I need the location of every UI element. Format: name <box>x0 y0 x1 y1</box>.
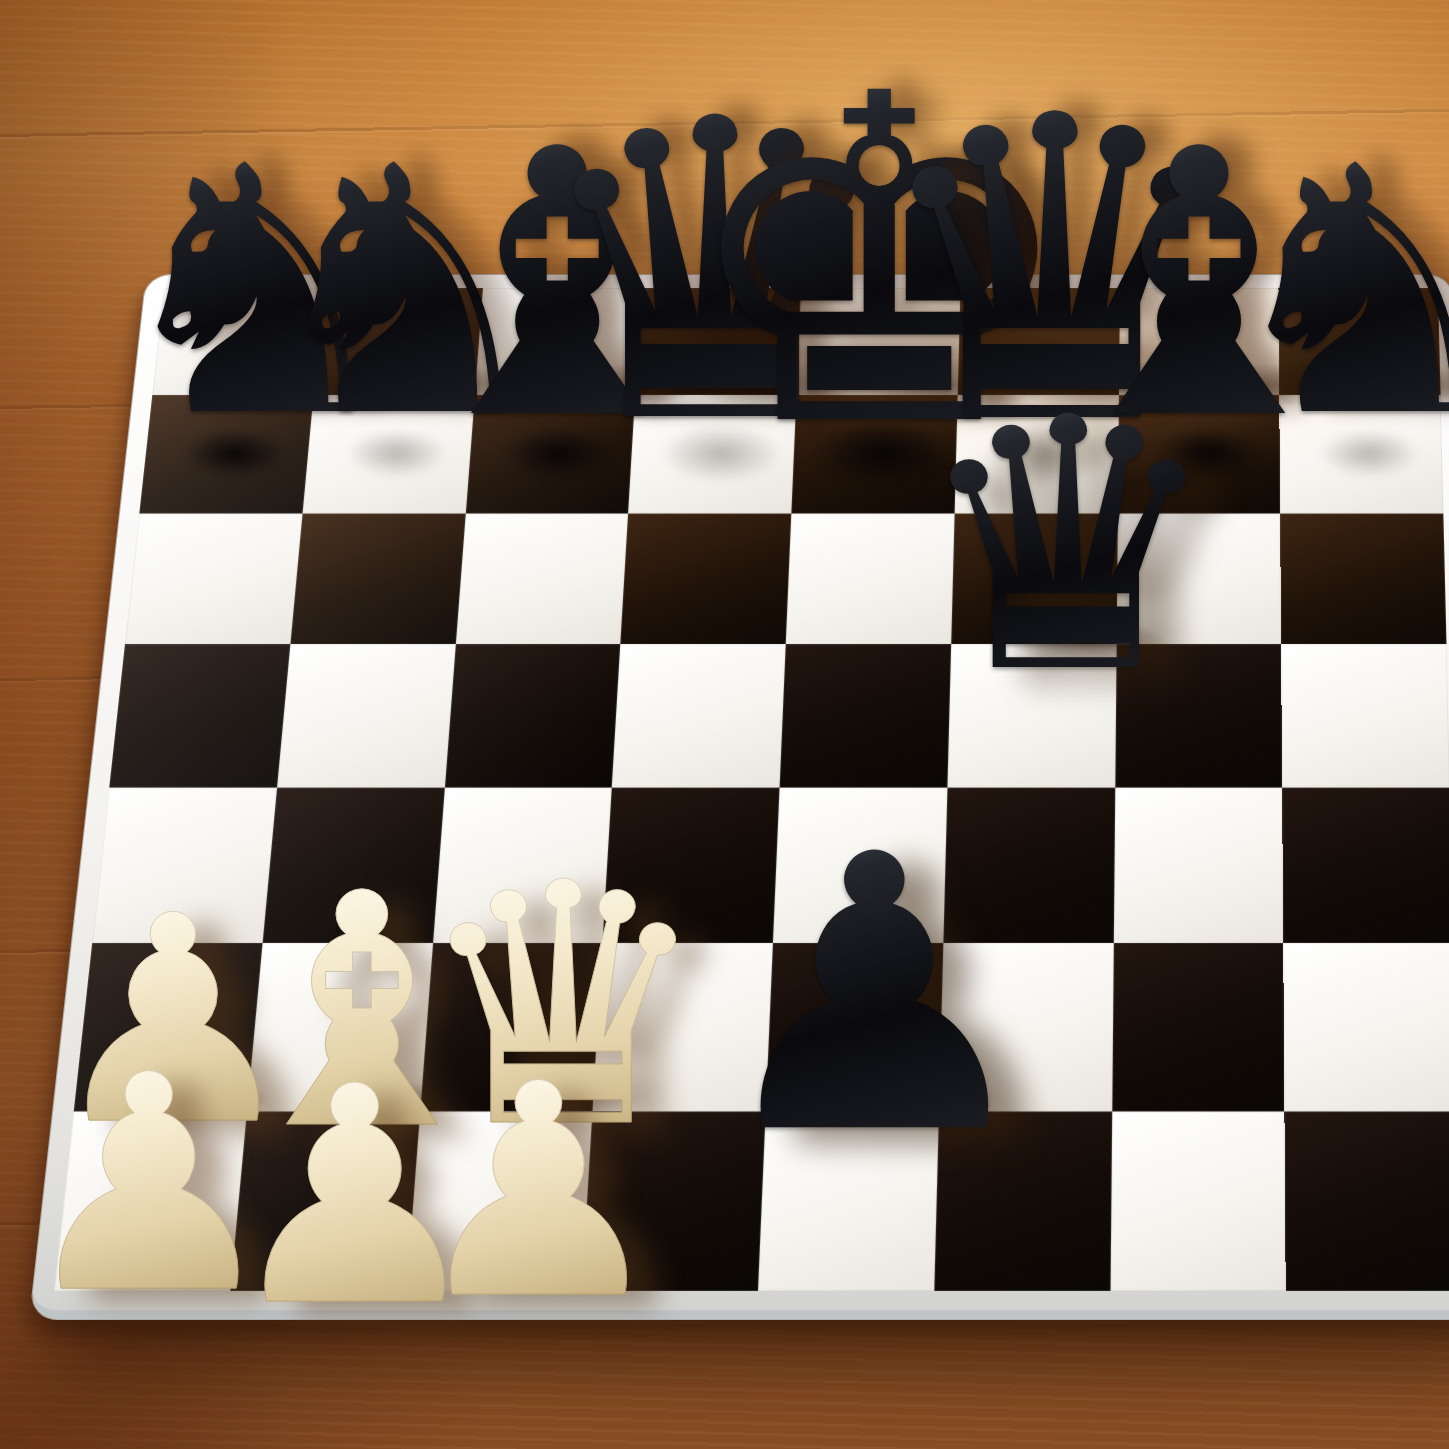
piece-black-queen-f6[interactable]: ♛ <box>912 373 1224 721</box>
piece-black-knight-h8[interactable]: ♞ <box>1213 122 1449 464</box>
square-d5[interactable] <box>612 645 786 788</box>
square-d6[interactable] <box>620 513 791 645</box>
square-c6[interactable] <box>455 513 628 645</box>
square-g4[interactable] <box>1113 787 1283 942</box>
square-b6[interactable] <box>290 513 465 645</box>
square-h3[interactable] <box>1283 943 1449 1111</box>
square-b5[interactable] <box>277 645 455 788</box>
piece-white-pawn-c2[interactable]: ♟ <box>407 1045 671 1339</box>
chess-photo-scene: ♞♞♝♛♚♛♝♞♛♟♟♝♛♟♟♟ <box>0 0 1449 1449</box>
square-h2[interactable] <box>1285 1111 1449 1291</box>
square-h4[interactable] <box>1282 787 1449 942</box>
square-g3[interactable] <box>1112 943 1285 1111</box>
square-g2[interactable] <box>1110 1111 1286 1291</box>
square-a6[interactable] <box>125 513 302 645</box>
square-a5[interactable] <box>109 645 290 788</box>
piece-black-pawn-e3[interactable]: ♟ <box>704 806 1045 1186</box>
square-h6[interactable] <box>1280 513 1446 645</box>
square-c5[interactable] <box>444 645 620 788</box>
square-h5[interactable] <box>1281 645 1449 788</box>
